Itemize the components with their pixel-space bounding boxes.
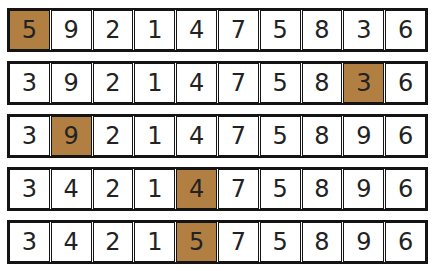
- array-cell: 7: [218, 169, 259, 209]
- array-cell: 6: [385, 169, 426, 209]
- array-cell: 4: [51, 169, 92, 209]
- array-cell: 2: [93, 169, 134, 209]
- array-cell: 7: [218, 116, 259, 156]
- array-cell: 4: [51, 222, 92, 262]
- array-cell: 1: [134, 222, 175, 262]
- array-cell: 2: [93, 10, 134, 50]
- array-row-2: 3 9 2 1 4 7 5 8 3 6: [7, 61, 428, 105]
- array-cell: 6: [385, 63, 426, 103]
- array-cell: 5: [260, 222, 301, 262]
- array-cell: 5: [9, 10, 50, 50]
- array-cell: 7: [218, 63, 259, 103]
- sort-visualization-board: 5 9 2 1 4 7 5 8 3 6 3 9 2 1 4 7 5 8 3 6 …: [0, 0, 435, 270]
- array-cell: 4: [176, 10, 217, 50]
- array-cell: 4: [176, 169, 217, 209]
- array-cell: 4: [176, 116, 217, 156]
- array-cell: 2: [93, 116, 134, 156]
- array-cell: 1: [134, 10, 175, 50]
- array-cell: 7: [218, 10, 259, 50]
- array-cell: 6: [385, 116, 426, 156]
- array-cell: 3: [343, 10, 384, 50]
- array-cell: 3: [9, 116, 50, 156]
- array-cell: 9: [51, 116, 92, 156]
- array-cell: 8: [302, 63, 343, 103]
- array-cell: 3: [9, 222, 50, 262]
- array-cell: 1: [134, 116, 175, 156]
- array-cell: 6: [385, 10, 426, 50]
- array-cell: 3: [343, 63, 384, 103]
- array-cell: 8: [302, 169, 343, 209]
- array-cell: 8: [302, 222, 343, 262]
- array-cell: 9: [51, 10, 92, 50]
- array-cell: 2: [93, 222, 134, 262]
- array-row-3: 3 9 2 1 4 7 5 8 9 6: [7, 114, 428, 158]
- array-cell: 9: [343, 222, 384, 262]
- array-cell: 9: [343, 116, 384, 156]
- array-cell: 5: [260, 10, 301, 50]
- array-cell: 9: [51, 63, 92, 103]
- array-cell: 4: [176, 63, 217, 103]
- array-cell: 1: [134, 169, 175, 209]
- array-cell: 9: [343, 169, 384, 209]
- array-row-5: 3 4 2 1 5 7 5 8 9 6: [7, 220, 428, 264]
- array-cell: 5: [260, 116, 301, 156]
- array-cell: 7: [218, 222, 259, 262]
- array-cell: 5: [260, 169, 301, 209]
- array-cell: 3: [9, 169, 50, 209]
- array-cell: 8: [302, 116, 343, 156]
- array-row-1: 5 9 2 1 4 7 5 8 3 6: [7, 8, 428, 52]
- array-cell: 6: [385, 222, 426, 262]
- array-cell: 1: [134, 63, 175, 103]
- array-cell: 5: [176, 222, 217, 262]
- array-cell: 8: [302, 10, 343, 50]
- array-cell: 5: [260, 63, 301, 103]
- array-cell: 2: [93, 63, 134, 103]
- array-cell: 3: [9, 63, 50, 103]
- array-row-4: 3 4 2 1 4 7 5 8 9 6: [7, 167, 428, 211]
